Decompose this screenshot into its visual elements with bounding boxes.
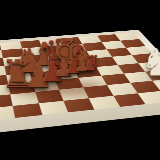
piece-white-knight: ♞ <box>141 44 160 81</box>
chess-set-photo: ♜♞♝♛♚♝♞♜♟♟♟♟♟♟♞ <box>0 0 160 160</box>
piece-red-pawn-6: ♟ <box>84 58 97 72</box>
piece-layer: ♜♞♝♛♚♝♞♜♟♟♟♟♟♟♞ <box>0 0 160 160</box>
